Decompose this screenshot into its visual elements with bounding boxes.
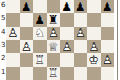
square-c4[interactable]: ♞♘ [33,27,47,40]
square-a5[interactable] [6,13,20,26]
square-a1[interactable] [6,67,20,80]
square-h4[interactable] [101,27,115,40]
square-b2[interactable] [20,53,34,66]
white-knight: ♞♘ [33,27,46,40]
square-d2[interactable] [47,53,61,66]
square-e4[interactable] [60,27,74,40]
white-pawn: ♟♙ [87,40,100,53]
square-e1[interactable] [60,67,74,80]
black-pawn: ♟ [60,0,73,13]
white-king: ♚♔ [87,53,100,66]
square-g2[interactable]: ♚♔ [87,53,101,66]
square-e6[interactable]: ♟ [60,0,74,13]
square-a4[interactable]: ♟♙ [6,27,20,40]
square-g4[interactable] [87,27,101,40]
square-b1[interactable] [20,67,34,80]
square-b3[interactable]: ♟♙ [20,40,34,53]
white-pawn: ♟♙ [60,40,73,53]
board-frame-right-border [117,0,118,80]
square-e3[interactable]: ♟♙ [60,40,74,53]
white-rook: ♜♖ [33,53,46,66]
square-a2[interactable] [6,53,20,66]
white-pawn: ♟♙ [74,27,87,40]
square-e2[interactable] [60,53,74,66]
square-f6[interactable]: ♟ [74,0,88,13]
square-c2[interactable]: ♜♖ [33,53,47,66]
black-pawn: ♟ [74,0,87,13]
white-pawn: ♟♙ [101,53,114,66]
square-f5[interactable] [74,13,88,26]
black-pawn: ♟ [33,13,46,26]
black-rook: ♜ [47,13,60,26]
black-pawn: ♟ [20,0,33,13]
square-a6[interactable] [6,0,20,13]
square-c1[interactable] [33,67,47,80]
square-d1[interactable]: ♜♖ [47,67,61,80]
square-h5[interactable] [101,13,115,26]
white-rook: ♜♖ [47,67,60,80]
square-h2[interactable]: ♟♙ [101,53,115,66]
square-e5[interactable] [60,13,74,26]
square-g6[interactable] [87,0,101,13]
square-b4[interactable] [20,27,34,40]
square-g1[interactable] [87,67,101,80]
square-a3[interactable] [6,40,20,53]
square-f1[interactable] [74,67,88,80]
square-d3[interactable]: ♛♕ [47,40,61,53]
square-f3[interactable] [74,40,88,53]
square-c6[interactable] [33,0,47,13]
white-pawn: ♟♙ [20,40,33,53]
white-pawn: ♟♙ [6,27,19,40]
square-g5[interactable] [87,13,101,26]
square-c3[interactable] [33,40,47,53]
square-f4[interactable]: ♟♙ [74,27,88,40]
square-h6[interactable]: ♟ [101,0,115,13]
square-g3[interactable]: ♟♙ [87,40,101,53]
square-f2[interactable] [74,53,88,66]
square-c5[interactable]: ♟ [33,13,47,26]
square-h1[interactable] [101,67,115,80]
square-d5[interactable]: ♜ [47,13,61,26]
square-d6[interactable] [47,0,61,13]
chess-board: ♟♟♟♟♟♜♟♙♞♘♟♙♟♙♟♙♛♕♟♙♟♙♜♖♚♔♟♙♜♖ [6,0,114,80]
black-pawn: ♟ [101,0,114,13]
chess-diagram: 654321 ♟♟♟♟♟♜♟♙♞♘♟♙♟♙♟♙♛♕♟♙♟♙♜♖♚♔♟♙♜♖ [0,0,120,80]
white-queen: ♛♕ [47,40,60,53]
white-pawn: ♟♙ [47,27,60,40]
square-d4[interactable]: ♟♙ [47,27,61,40]
square-h3[interactable] [101,40,115,53]
square-b5[interactable] [20,13,34,26]
square-b6[interactable]: ♟ [20,0,34,13]
